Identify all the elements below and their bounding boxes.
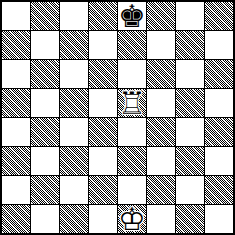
square-g4[interactable]	[176, 118, 204, 146]
square-b5[interactable]	[31, 89, 59, 117]
square-a5[interactable]	[2, 89, 30, 117]
square-e4[interactable]	[118, 118, 146, 146]
square-f2[interactable]	[147, 176, 175, 204]
square-d8[interactable]	[89, 2, 117, 30]
square-b1[interactable]	[31, 205, 59, 233]
square-e7[interactable]	[118, 31, 146, 59]
square-c2[interactable]	[60, 176, 88, 204]
square-d4[interactable]	[89, 118, 117, 146]
square-g8[interactable]	[176, 2, 204, 30]
square-e3[interactable]	[118, 147, 146, 175]
white-rook-glyph: ♖	[118, 89, 146, 117]
square-d1[interactable]	[89, 205, 117, 233]
square-h7[interactable]	[205, 31, 233, 59]
square-b6[interactable]	[31, 60, 59, 88]
square-a7[interactable]	[2, 31, 30, 59]
square-d7[interactable]	[89, 31, 117, 59]
square-b8[interactable]	[31, 2, 59, 30]
square-h2[interactable]	[205, 176, 233, 204]
square-a4[interactable]	[2, 118, 30, 146]
square-f1[interactable]	[147, 205, 175, 233]
square-b4[interactable]	[31, 118, 59, 146]
white-king-piece[interactable]: ♚♔	[118, 205, 146, 233]
white-rook-piece[interactable]: ♜♖	[118, 89, 146, 117]
square-e8[interactable]: ♚	[118, 2, 146, 30]
square-g7[interactable]	[176, 31, 204, 59]
square-d2[interactable]	[89, 176, 117, 204]
square-c4[interactable]	[60, 118, 88, 146]
square-g3[interactable]	[176, 147, 204, 175]
black-king-piece[interactable]: ♚	[118, 2, 146, 30]
square-h8[interactable]	[205, 2, 233, 30]
square-c3[interactable]	[60, 147, 88, 175]
white-king-glyph: ♔	[118, 205, 146, 233]
square-f5[interactable]	[147, 89, 175, 117]
square-d6[interactable]	[89, 60, 117, 88]
square-h1[interactable]	[205, 205, 233, 233]
square-e6[interactable]	[118, 60, 146, 88]
square-d3[interactable]	[89, 147, 117, 175]
square-f7[interactable]	[147, 31, 175, 59]
square-h6[interactable]	[205, 60, 233, 88]
square-g1[interactable]	[176, 205, 204, 233]
square-h5[interactable]	[205, 89, 233, 117]
square-g6[interactable]	[176, 60, 204, 88]
square-f3[interactable]	[147, 147, 175, 175]
square-c7[interactable]	[60, 31, 88, 59]
square-a2[interactable]	[2, 176, 30, 204]
square-d5[interactable]	[89, 89, 117, 117]
square-f4[interactable]	[147, 118, 175, 146]
square-g2[interactable]	[176, 176, 204, 204]
square-a1[interactable]	[2, 205, 30, 233]
square-h4[interactable]	[205, 118, 233, 146]
square-a3[interactable]	[2, 147, 30, 175]
chess-board-grid: ♚♜♖♚♔	[2, 2, 233, 233]
square-b3[interactable]	[31, 147, 59, 175]
square-c6[interactable]	[60, 60, 88, 88]
square-e2[interactable]	[118, 176, 146, 204]
square-c5[interactable]	[60, 89, 88, 117]
square-e1[interactable]: ♚♔	[118, 205, 146, 233]
square-c1[interactable]	[60, 205, 88, 233]
square-f8[interactable]	[147, 2, 175, 30]
square-c8[interactable]	[60, 2, 88, 30]
square-a6[interactable]	[2, 60, 30, 88]
chess-board: ♚♜♖♚♔	[0, 0, 235, 235]
black-king-glyph: ♚	[118, 2, 146, 30]
square-a8[interactable]	[2, 2, 30, 30]
square-b7[interactable]	[31, 31, 59, 59]
square-f6[interactable]	[147, 60, 175, 88]
square-b2[interactable]	[31, 176, 59, 204]
square-e5[interactable]: ♜♖	[118, 89, 146, 117]
square-g5[interactable]	[176, 89, 204, 117]
square-h3[interactable]	[205, 147, 233, 175]
